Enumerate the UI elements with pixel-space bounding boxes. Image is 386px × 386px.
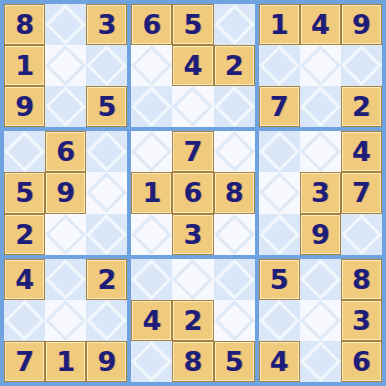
cell-r4c7[interactable] (259, 131, 300, 172)
cell-r3c2[interactable] (45, 86, 86, 127)
cell-r6c1: 2 (4, 214, 45, 255)
cell-r3c7: 7 (259, 86, 300, 127)
given-digit: 6 (352, 348, 371, 375)
diamond-pattern-icon (45, 45, 86, 86)
cell-r3c4[interactable] (131, 86, 172, 127)
diamond-pattern-icon (45, 86, 86, 127)
cell-r6c3[interactable] (86, 214, 127, 255)
cell-r4c9: 4 (341, 131, 382, 172)
cell-r6c6[interactable] (214, 214, 255, 255)
cell-r6c5: 3 (172, 214, 213, 255)
given-digit: 8 (15, 11, 34, 38)
given-digit: 7 (184, 138, 203, 165)
diamond-pattern-icon (45, 300, 86, 341)
cell-r3c9: 2 (341, 86, 382, 127)
cell-r1c8: 4 (300, 4, 341, 45)
cell-r1c5: 5 (172, 4, 213, 45)
diamond-pattern-icon (214, 86, 255, 127)
cell-r7c5[interactable] (172, 259, 213, 300)
diamond-pattern-icon (300, 45, 341, 86)
cell-r3c3: 5 (86, 86, 127, 127)
cell-r2c9[interactable] (341, 45, 382, 86)
cell-r8c3[interactable] (86, 300, 127, 341)
diamond-pattern-icon (300, 300, 341, 341)
given-digit: 9 (352, 11, 371, 38)
cell-r9c6: 5 (214, 341, 255, 382)
diamond-pattern-icon (300, 131, 341, 172)
given-digit: 2 (352, 93, 371, 120)
cell-r2c2[interactable] (45, 45, 86, 86)
given-digit: 4 (352, 138, 371, 165)
cell-r4c6[interactable] (214, 131, 255, 172)
cell-r8c2[interactable] (45, 300, 86, 341)
given-digit: 5 (184, 11, 203, 38)
diamond-pattern-icon (259, 45, 300, 86)
cell-r3c8[interactable] (300, 86, 341, 127)
cell-r7c6[interactable] (214, 259, 255, 300)
given-digit: 4 (270, 348, 289, 375)
cell-r7c9: 8 (341, 259, 382, 300)
diamond-pattern-icon (86, 131, 127, 172)
cell-r1c7: 1 (259, 4, 300, 45)
given-digit: 7 (270, 93, 289, 120)
given-digit: 5 (225, 348, 244, 375)
cell-r6c9[interactable] (341, 214, 382, 255)
cell-r2c4[interactable] (131, 45, 172, 86)
cell-r8c7[interactable] (259, 300, 300, 341)
cell-r9c1: 7 (4, 341, 45, 382)
given-digit: 7 (352, 179, 371, 206)
cell-r1c1: 8 (4, 4, 45, 45)
cell-r9c5: 8 (172, 341, 213, 382)
given-digit: 4 (142, 307, 161, 334)
given-digit: 1 (15, 52, 34, 79)
given-digit: 2 (15, 221, 34, 248)
cell-r3c6[interactable] (214, 86, 255, 127)
diamond-pattern-icon (214, 300, 255, 341)
diamond-pattern-icon (259, 300, 300, 341)
cell-r5c2: 9 (45, 172, 86, 213)
cell-r8c6[interactable] (214, 300, 255, 341)
diamond-pattern-icon (341, 214, 382, 255)
cell-r5c4: 1 (131, 172, 172, 213)
cell-r2c7[interactable] (259, 45, 300, 86)
cell-r8c5: 2 (172, 300, 213, 341)
cell-r8c4: 4 (131, 300, 172, 341)
cell-r2c1: 1 (4, 45, 45, 86)
given-digit: 3 (311, 179, 330, 206)
diamond-pattern-icon (259, 172, 300, 213)
diamond-pattern-icon (341, 45, 382, 86)
given-digit: 3 (352, 307, 371, 334)
diamond-pattern-icon (300, 341, 341, 382)
cell-r7c3: 2 (86, 259, 127, 300)
given-digit: 6 (142, 11, 161, 38)
diamond-pattern-icon (259, 214, 300, 255)
diamond-pattern-icon (4, 300, 45, 341)
cell-r6c8: 9 (300, 214, 341, 255)
given-digit: 5 (270, 266, 289, 293)
cell-r4c4[interactable] (131, 131, 172, 172)
cell-r2c3[interactable] (86, 45, 127, 86)
cell-r9c7: 4 (259, 341, 300, 382)
cell-r4c5: 7 (172, 131, 213, 172)
cell-r4c3[interactable] (86, 131, 127, 172)
given-digit: 9 (311, 221, 330, 248)
cell-r8c1[interactable] (4, 300, 45, 341)
given-digit: 7 (15, 348, 34, 375)
sudoku-grid: 8365149142957267459168372394258423719854… (4, 4, 382, 382)
diamond-pattern-icon (86, 214, 127, 255)
diamond-pattern-icon (300, 259, 341, 300)
diamond-pattern-icon (45, 259, 86, 300)
diamond-pattern-icon (131, 259, 172, 300)
cell-r2c5: 4 (172, 45, 213, 86)
cell-r5c3[interactable] (86, 172, 127, 213)
cell-r7c8[interactable] (300, 259, 341, 300)
given-digit: 9 (97, 348, 116, 375)
diamond-pattern-icon (45, 4, 86, 45)
given-digit: 2 (184, 307, 203, 334)
given-digit: 4 (15, 266, 34, 293)
diamond-pattern-icon (300, 86, 341, 127)
diamond-pattern-icon (86, 172, 127, 213)
sudoku-board: 8365149142957267459168372394258423719854… (0, 0, 386, 386)
cell-r9c8[interactable] (300, 341, 341, 382)
given-digit: 8 (352, 266, 371, 293)
given-digit: 9 (56, 179, 75, 206)
diamond-pattern-icon (259, 131, 300, 172)
cell-r4c1[interactable] (4, 131, 45, 172)
cell-r5c8: 3 (300, 172, 341, 213)
diamond-pattern-icon (214, 131, 255, 172)
cell-r5c7[interactable] (259, 172, 300, 213)
given-digit: 1 (142, 179, 161, 206)
cell-r9c4[interactable] (131, 341, 172, 382)
cell-r2c8[interactable] (300, 45, 341, 86)
diamond-pattern-icon (172, 259, 213, 300)
diamond-pattern-icon (4, 131, 45, 172)
diamond-pattern-icon (214, 259, 255, 300)
cell-r3c5[interactable] (172, 86, 213, 127)
diamond-pattern-icon (214, 214, 255, 255)
cell-r8c9: 3 (341, 300, 382, 341)
cell-r6c4[interactable] (131, 214, 172, 255)
cell-r7c7: 5 (259, 259, 300, 300)
diamond-pattern-icon (131, 341, 172, 382)
diamond-pattern-icon (131, 131, 172, 172)
given-digit: 4 (184, 52, 203, 79)
diamond-pattern-icon (86, 45, 127, 86)
cell-r3c1: 9 (4, 86, 45, 127)
diamond-pattern-icon (214, 4, 255, 45)
diamond-pattern-icon (131, 86, 172, 127)
given-digit: 6 (56, 138, 75, 165)
diamond-pattern-icon (131, 45, 172, 86)
given-digit: 3 (97, 11, 116, 38)
given-digit: 2 (97, 266, 116, 293)
cell-r7c4[interactable] (131, 259, 172, 300)
cell-r9c3: 9 (86, 341, 127, 382)
diamond-pattern-icon (131, 214, 172, 255)
given-digit: 1 (56, 348, 75, 375)
cell-r1c9: 9 (341, 4, 382, 45)
given-digit: 6 (184, 179, 203, 206)
diamond-pattern-icon (45, 214, 86, 255)
given-digit: 5 (97, 93, 116, 120)
given-digit: 3 (184, 221, 203, 248)
cell-r1c4: 6 (131, 4, 172, 45)
diamond-pattern-icon (86, 300, 127, 341)
given-digit: 5 (15, 179, 34, 206)
cell-r5c6: 8 (214, 172, 255, 213)
diamond-pattern-icon (172, 86, 213, 127)
given-digit: 8 (184, 348, 203, 375)
cell-r1c2[interactable] (45, 4, 86, 45)
cell-r5c5: 6 (172, 172, 213, 213)
cell-r7c1: 4 (4, 259, 45, 300)
cell-r8c8[interactable] (300, 300, 341, 341)
cell-r5c1: 5 (4, 172, 45, 213)
cell-r6c2[interactable] (45, 214, 86, 255)
cell-r4c8[interactable] (300, 131, 341, 172)
given-digit: 8 (225, 179, 244, 206)
given-digit: 1 (270, 11, 289, 38)
given-digit: 2 (225, 52, 244, 79)
cell-r2c6: 2 (214, 45, 255, 86)
cell-r6c7[interactable] (259, 214, 300, 255)
cell-r9c9: 6 (341, 341, 382, 382)
cell-r7c2[interactable] (45, 259, 86, 300)
cell-r1c3: 3 (86, 4, 127, 45)
cell-r9c2: 1 (45, 341, 86, 382)
given-digit: 9 (15, 93, 34, 120)
cell-r1c6[interactable] (214, 4, 255, 45)
given-digit: 4 (311, 11, 330, 38)
cell-r4c2: 6 (45, 131, 86, 172)
cell-r5c9: 7 (341, 172, 382, 213)
